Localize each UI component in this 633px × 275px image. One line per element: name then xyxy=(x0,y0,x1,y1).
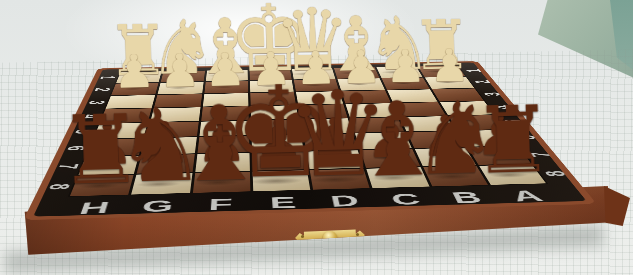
square-e5 xyxy=(251,119,301,135)
square-f4 xyxy=(201,106,249,121)
square-g5 xyxy=(146,122,198,138)
rank-label-4-right: 4 xyxy=(489,105,517,109)
file-label-f: F xyxy=(208,196,233,214)
rank-label-2-right: 2 xyxy=(470,80,495,84)
square-e8 xyxy=(252,170,310,191)
square-b8 xyxy=(423,166,488,187)
square-d1 xyxy=(292,68,336,79)
square-g4 xyxy=(150,107,200,122)
square-h5 xyxy=(93,123,148,139)
square-d6 xyxy=(303,134,357,151)
square-b6 xyxy=(407,131,465,148)
square-c1 xyxy=(334,67,379,78)
file-label-e: E xyxy=(269,194,297,212)
square-e4 xyxy=(250,105,298,119)
square-f6 xyxy=(197,136,249,153)
square-c6 xyxy=(355,132,411,149)
square-c3 xyxy=(342,90,391,103)
rank-label-8-right: 8 xyxy=(538,170,572,176)
square-b7 xyxy=(414,148,475,167)
rank-label-7-left: 7 xyxy=(51,163,83,169)
square-f3 xyxy=(203,93,249,106)
rank-label-2-left: 2 xyxy=(89,88,114,92)
square-f7 xyxy=(195,153,250,172)
square-c8 xyxy=(367,167,430,188)
square-h8 xyxy=(70,175,134,196)
rank-label-3-left: 3 xyxy=(83,100,110,104)
rank-label-5-left: 5 xyxy=(69,129,98,134)
square-b2 xyxy=(381,78,429,90)
photo-scene: HGFEDCBA 12345678 12345678 ♜♞♝♛♚♝♞♜♟♟♟♟♟… xyxy=(0,0,633,275)
rank-label-6-right: 6 xyxy=(511,135,541,140)
square-c2 xyxy=(338,78,385,90)
square-h3 xyxy=(106,95,156,109)
rank-label-8-left: 8 xyxy=(42,183,76,190)
square-d5 xyxy=(301,118,353,134)
square-h4 xyxy=(100,108,152,123)
square-d4 xyxy=(298,104,347,118)
square-d2 xyxy=(294,79,339,91)
square-g1 xyxy=(161,71,205,83)
square-g6 xyxy=(142,137,197,155)
square-a1 xyxy=(418,66,465,77)
square-f2 xyxy=(204,81,248,93)
square-b5 xyxy=(399,116,454,131)
square-f8 xyxy=(192,172,250,193)
rank-label-4-left: 4 xyxy=(76,114,104,119)
square-h2 xyxy=(111,83,159,96)
rank-label-7-right: 7 xyxy=(524,152,556,158)
file-label-d: D xyxy=(329,192,361,210)
rank-label-5-right: 5 xyxy=(499,119,528,124)
square-e2 xyxy=(250,80,294,92)
square-a5 xyxy=(448,115,505,130)
square-e1 xyxy=(249,69,291,80)
square-a2 xyxy=(425,77,474,89)
clasp-screw-icon xyxy=(356,233,359,236)
rank-label-3-right: 3 xyxy=(479,92,505,96)
square-d7 xyxy=(306,150,363,169)
square-g3 xyxy=(154,94,202,107)
square-g2 xyxy=(158,82,204,94)
square-g8 xyxy=(131,173,192,194)
square-g7 xyxy=(137,154,194,173)
square-d8 xyxy=(310,169,370,190)
square-h6 xyxy=(86,138,143,156)
square-a3 xyxy=(432,88,484,101)
square-a4 xyxy=(440,101,494,115)
square-f1 xyxy=(205,70,247,81)
square-f5 xyxy=(199,120,249,136)
square-b4 xyxy=(393,102,446,116)
square-c7 xyxy=(361,149,420,168)
rank-label-1-right: 1 xyxy=(461,69,485,72)
square-b3 xyxy=(387,89,437,102)
rank-label-6-left: 6 xyxy=(60,145,91,150)
square-e3 xyxy=(250,92,296,105)
square-c5 xyxy=(350,117,404,133)
square-h7 xyxy=(78,156,139,175)
square-e7 xyxy=(252,152,307,171)
square-d3 xyxy=(296,91,343,104)
square-h1 xyxy=(116,71,162,83)
clasp-screw-icon xyxy=(301,235,304,238)
square-b1 xyxy=(376,67,422,78)
square-e6 xyxy=(251,135,303,152)
square-c4 xyxy=(346,103,397,117)
rank-label-1-left: 1 xyxy=(95,76,119,80)
